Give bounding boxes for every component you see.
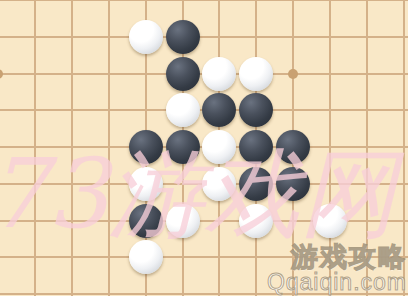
white-stone <box>313 204 347 238</box>
black-stone <box>129 204 163 238</box>
black-stone <box>129 130 163 164</box>
white-stone <box>202 130 236 164</box>
grid-line-vertical <box>403 0 405 296</box>
star-point <box>0 69 3 79</box>
white-stone <box>239 204 273 238</box>
grid-line-horizontal <box>0 36 408 38</box>
black-stone <box>276 130 310 164</box>
black-stone <box>239 93 273 127</box>
grid-line-vertical <box>329 0 331 296</box>
black-stone <box>276 167 310 201</box>
grid-line-vertical <box>34 0 36 296</box>
grid-line-vertical <box>366 0 368 296</box>
white-stone <box>129 240 163 274</box>
star-point <box>288 69 298 79</box>
white-stone <box>166 204 200 238</box>
black-stone <box>239 130 273 164</box>
grid-line-vertical <box>108 0 110 296</box>
black-stone <box>202 93 236 127</box>
black-stone <box>239 167 273 201</box>
grid-line-horizontal <box>0 256 408 258</box>
white-stone <box>202 57 236 91</box>
grid-line-horizontal <box>0 293 408 295</box>
grid-line-vertical <box>71 0 73 296</box>
watermark-corner: 游戏攻略 Qqaiqin.com <box>267 244 407 294</box>
black-stone <box>166 130 200 164</box>
white-stone <box>239 57 273 91</box>
white-stone <box>129 167 163 201</box>
black-stone <box>166 57 200 91</box>
gomoku-board[interactable]: 73游戏网 游戏攻略 Qqaiqin.com <box>0 0 408 296</box>
white-stone <box>129 20 163 54</box>
white-stone <box>166 93 200 127</box>
black-stone <box>166 20 200 54</box>
grid-line-horizontal <box>0 0 408 1</box>
white-stone <box>202 167 236 201</box>
watermark-corner-url: Qqaiqin.com <box>267 271 407 294</box>
